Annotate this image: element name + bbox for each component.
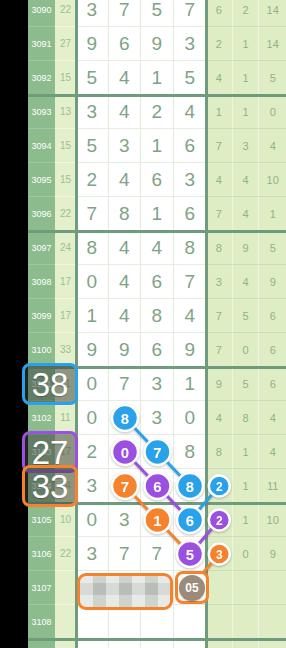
stat-cell xyxy=(206,571,233,605)
digit-cell: 3 xyxy=(141,367,174,401)
draw-id-cell: 3090 xyxy=(28,0,55,27)
sum-cell: 17 xyxy=(55,299,76,333)
digit-cell: 0 xyxy=(174,401,207,435)
digit-cell: 7 xyxy=(109,367,142,401)
stat-cell: 0 xyxy=(233,333,260,367)
digit-cell: 4 xyxy=(174,299,207,333)
digit-cell: 8 xyxy=(109,401,142,435)
stat-cell: 2 xyxy=(206,469,233,503)
digit-cell: 9 xyxy=(76,333,109,367)
stat-cell: 0 xyxy=(233,537,260,571)
stat-cell: 3 xyxy=(233,129,260,163)
sum-cell: 27 xyxy=(55,27,76,61)
draw-id-cell: 3097 xyxy=(28,231,55,265)
stat-cell: 6 xyxy=(259,333,286,367)
stat-cell: 4 xyxy=(206,61,233,95)
digit-cell: 1 xyxy=(141,197,174,231)
stat-cell: 1 xyxy=(233,435,260,469)
stat-cell: 4 xyxy=(233,265,260,299)
stat-cell: 2 xyxy=(206,27,233,61)
digit-cell: 3 xyxy=(76,537,109,571)
digit-cell xyxy=(76,605,109,639)
stat-cell: 8 xyxy=(206,231,233,265)
digit-cell: 4 xyxy=(174,95,207,129)
stat-cell: 2 xyxy=(206,503,233,537)
digit-cell: 4 xyxy=(109,61,142,95)
sum-cell: 24 xyxy=(55,231,76,265)
stat-cell xyxy=(233,571,260,605)
digit-cell: 0 xyxy=(76,367,109,401)
stat-cell: 9 xyxy=(259,537,286,571)
digit-cell: 4 xyxy=(109,95,142,129)
digit-cell: 5 xyxy=(76,61,109,95)
stat-cell: 2 xyxy=(233,0,260,27)
draw-id-cell: 3107 xyxy=(28,571,55,605)
stat-cell: 7 xyxy=(206,129,233,163)
digit-cell: 7 xyxy=(109,0,142,27)
stat-cell: 1 xyxy=(233,503,260,537)
stat-cell: 1 xyxy=(233,469,260,503)
draw-id-cell: 3094 xyxy=(28,129,55,163)
digit-cell: 3 xyxy=(109,503,142,537)
digit-cell: 6 xyxy=(141,333,174,367)
stat-cell: 5 xyxy=(233,367,260,401)
stat-cell: 1 xyxy=(233,95,260,129)
stat-cell: 4 xyxy=(259,129,286,163)
table-row: 3094155316734 xyxy=(28,129,286,163)
draw-id-cell: 3093 xyxy=(28,95,55,129)
digit-cell: 7 xyxy=(141,435,174,469)
digit-cell xyxy=(174,639,207,648)
draw-id-cell: 3105 xyxy=(28,503,55,537)
stat-cell xyxy=(233,639,260,648)
digit-cell: 6 xyxy=(174,503,207,537)
digit-cell xyxy=(109,605,142,639)
digit-cell: 9 xyxy=(109,333,142,367)
sum-cell: 33 xyxy=(55,333,76,367)
digit-cell: 1 xyxy=(141,61,174,95)
digit-cell: 6 xyxy=(174,197,207,231)
digit-cell: 4 xyxy=(141,231,174,265)
digit-cell: 7 xyxy=(174,265,207,299)
digit-cell: 5 xyxy=(174,61,207,95)
sum-cell xyxy=(55,639,76,648)
digit-cell: 6 xyxy=(141,163,174,197)
digit-cell: 3 xyxy=(76,0,109,27)
draw-id-cell: 3108 xyxy=(28,605,55,639)
lottery-trend-screen: 3090223757621430912796932114309215541541… xyxy=(0,0,286,648)
stat-cell: 3 xyxy=(206,265,233,299)
stat-cell: 14 xyxy=(259,0,286,27)
stat-cell: 5 xyxy=(259,231,286,265)
digit-cell: 6 xyxy=(141,469,174,503)
draw-id-cell: 3091 xyxy=(28,27,55,61)
digit-cell: 1 xyxy=(76,299,109,333)
digit-cell: 1 xyxy=(141,129,174,163)
digit-cell: 6 xyxy=(141,265,174,299)
digit-cell: 1 xyxy=(141,503,174,537)
digit-cell: 7 xyxy=(174,0,207,27)
stat-cell: 4 xyxy=(259,435,286,469)
digit-cell: 0 xyxy=(76,401,109,435)
sum-cell: 15 xyxy=(55,129,76,163)
digit-cell: 8 xyxy=(109,197,142,231)
digit-cell: 2 xyxy=(76,435,109,469)
stat-cell: 10 xyxy=(259,503,286,537)
stat-cell: 9 xyxy=(206,367,233,401)
stat-cell: 4 xyxy=(206,163,233,197)
digit-cell: 8 xyxy=(174,435,207,469)
stat-cell xyxy=(259,571,286,605)
digit-cell: 7 xyxy=(109,469,142,503)
number-badge-orange[interactable]: 33 xyxy=(22,465,78,507)
table-row: 30902237576214 xyxy=(28,0,286,27)
digit-cell: 2 xyxy=(76,163,109,197)
sum-cell: 11 xyxy=(55,401,76,435)
stat-cell: 7 xyxy=(206,299,233,333)
digit-cell: 8 xyxy=(174,231,207,265)
stat-cell: 6 xyxy=(259,367,286,401)
table-row: 3096227816741 xyxy=(28,197,286,231)
digit-cell xyxy=(141,639,174,648)
stat-cell: 0 xyxy=(259,95,286,129)
sum-cell: 13 xyxy=(55,95,76,129)
stat-cell: 6 xyxy=(206,0,233,27)
digit-cell: 5 xyxy=(174,537,207,571)
draw-id-cell: 3096 xyxy=(28,197,55,231)
sum-cell xyxy=(55,571,76,605)
table-row: 30951524634410 xyxy=(28,163,286,197)
draw-id-cell: 3100 xyxy=(28,333,55,367)
stat-cell: 9 xyxy=(233,231,260,265)
digit-cell xyxy=(76,639,109,648)
next-number-ball: 05 xyxy=(179,575,205,601)
digit-cell xyxy=(141,605,174,639)
digit-cell: 8 xyxy=(141,299,174,333)
table-row: 3097248448895 xyxy=(28,231,286,265)
sum-cell xyxy=(55,605,76,639)
next-number-box[interactable]: 05 xyxy=(175,571,209,604)
table-row xyxy=(28,639,286,648)
table-row: 30912796932114 xyxy=(28,27,286,61)
digit-cell: 6 xyxy=(174,129,207,163)
stat-cell: 5 xyxy=(233,299,260,333)
stat-cell: 9 xyxy=(259,265,286,299)
section-divider-right xyxy=(205,0,208,648)
stat-cell: 1 xyxy=(233,61,260,95)
stat-cell xyxy=(206,639,233,648)
stat-cell: 4 xyxy=(206,401,233,435)
stat-cell: 8 xyxy=(206,435,233,469)
digit-cell: 5 xyxy=(141,0,174,27)
stat-cell: 4 xyxy=(233,163,260,197)
stat-cell xyxy=(233,605,260,639)
digit-cell: 8 xyxy=(76,231,109,265)
stat-cell: 3 xyxy=(206,537,233,571)
stat-cell: 1 xyxy=(206,95,233,129)
stat-cell: 5 xyxy=(259,61,286,95)
digit-cell: 9 xyxy=(174,333,207,367)
digit-cell: 4 xyxy=(109,163,142,197)
stat-cell xyxy=(206,605,233,639)
sum-cell: 17 xyxy=(55,265,76,299)
stat-cell xyxy=(259,605,286,639)
stat-cell: 6 xyxy=(259,299,286,333)
digit-cell: 5 xyxy=(76,129,109,163)
digit-cell: 3 xyxy=(109,129,142,163)
stat-cell xyxy=(259,639,286,648)
draw-id-cell: 3102 xyxy=(28,401,55,435)
digit-cell xyxy=(174,605,207,639)
trend-table: 3090223757621430912796932114309215541541… xyxy=(28,0,286,648)
digit-cell: 8 xyxy=(174,469,207,503)
digit-cell: 3 xyxy=(174,27,207,61)
stat-cell: 4 xyxy=(259,401,286,435)
digit-cell: 3 xyxy=(76,95,109,129)
digit-cell: 3 xyxy=(76,469,109,503)
sum-cell: 15 xyxy=(55,163,76,197)
table-row: 3093133424110 xyxy=(28,95,286,129)
sum-cell: 22 xyxy=(55,537,76,571)
next-number-label: 05 xyxy=(185,581,198,595)
sum-cell: 22 xyxy=(55,0,76,27)
digit-cell: 0 xyxy=(109,435,142,469)
draw-id-cell: 3095 xyxy=(28,163,55,197)
digit-cell: 7 xyxy=(76,197,109,231)
digit-cell: 6 xyxy=(109,27,142,61)
table-row: 31051003162110 xyxy=(28,503,286,537)
sum-cell: 10 xyxy=(55,503,76,537)
digit-cell: 7 xyxy=(109,537,142,571)
table-row: 3100339969706 xyxy=(28,333,286,367)
table-row: 3106223775309 xyxy=(28,537,286,571)
table-row: 3092155415415 xyxy=(28,61,286,95)
stat-cell: 1 xyxy=(259,197,286,231)
table-row: 3108 xyxy=(28,605,286,639)
digit-cell: 4 xyxy=(109,231,142,265)
digit-cell: 1 xyxy=(174,367,207,401)
digit-cell: 4 xyxy=(109,265,142,299)
stat-cell: 7 xyxy=(206,333,233,367)
stat-cell: 7 xyxy=(206,197,233,231)
digit-cell: 4 xyxy=(109,299,142,333)
digit-cell: 2 xyxy=(141,95,174,129)
digit-cell: 9 xyxy=(141,27,174,61)
table-row: 3099171484756 xyxy=(28,299,286,333)
digit-cell: 0 xyxy=(76,503,109,537)
draw-id-cell: 3098 xyxy=(28,265,55,299)
stat-cell: 1 xyxy=(233,27,260,61)
stat-cell: 10 xyxy=(259,163,286,197)
section-divider-left xyxy=(75,0,78,648)
stat-cell: 8 xyxy=(233,401,260,435)
digit-cell: 9 xyxy=(76,27,109,61)
number-badge-blue[interactable]: 38 xyxy=(22,363,78,405)
stat-cell: 14 xyxy=(259,27,286,61)
draw-id-cell: 3092 xyxy=(28,61,55,95)
table-row: 3102110830484 xyxy=(28,401,286,435)
censored-next-draw-box[interactable] xyxy=(77,573,173,610)
stat-cell: 4 xyxy=(233,197,260,231)
sum-cell: 22 xyxy=(55,197,76,231)
draw-id-cell xyxy=(28,639,55,648)
digit-cell: 0 xyxy=(76,265,109,299)
draw-id-cell: 3099 xyxy=(28,299,55,333)
table-row: 3098170467349 xyxy=(28,265,286,299)
draw-id-cell: 3106 xyxy=(28,537,55,571)
digit-cell xyxy=(109,639,142,648)
stat-cell: 11 xyxy=(259,469,286,503)
digit-cell: 7 xyxy=(141,537,174,571)
digit-cell: 3 xyxy=(174,163,207,197)
sum-cell: 15 xyxy=(55,61,76,95)
digit-cell: 3 xyxy=(141,401,174,435)
